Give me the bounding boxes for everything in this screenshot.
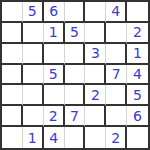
cell-r5c4[interactable] xyxy=(85,106,106,127)
cell-r1c3[interactable]: 5 xyxy=(65,23,86,44)
cell-r5c0[interactable] xyxy=(2,106,23,127)
cell-r1c1[interactable] xyxy=(23,23,44,44)
cell-r4c5[interactable] xyxy=(106,85,127,106)
cell-r2c0[interactable] xyxy=(2,44,23,65)
cell-r6c1[interactable]: 1 xyxy=(23,127,44,148)
cell-r2c5[interactable] xyxy=(106,44,127,65)
cell-r1c2[interactable]: 1 xyxy=(44,23,65,44)
cell-r0c5[interactable]: 4 xyxy=(106,2,127,23)
cell-r4c0[interactable] xyxy=(2,85,23,106)
cell-r4c4[interactable]: 2 xyxy=(85,85,106,106)
cell-r2c1[interactable] xyxy=(23,44,44,65)
cell-r3c5[interactable]: 7 xyxy=(106,65,127,86)
cell-r0c4[interactable] xyxy=(85,2,106,23)
cell-r6c4[interactable] xyxy=(85,127,106,148)
cell-r3c3[interactable] xyxy=(65,65,86,86)
cell-r5c3[interactable]: 7 xyxy=(65,106,86,127)
cell-r6c0[interactable] xyxy=(2,127,23,148)
cell-r0c6[interactable] xyxy=(127,2,148,23)
cell-r6c5[interactable]: 2 xyxy=(106,127,127,148)
cell-r5c2[interactable]: 2 xyxy=(44,106,65,127)
cell-r0c1[interactable]: 5 xyxy=(23,2,44,23)
cell-r3c0[interactable] xyxy=(2,65,23,86)
cell-r1c5[interactable] xyxy=(106,23,127,44)
sudoku-board: 5641523157425276142 xyxy=(0,0,150,150)
cell-r2c6[interactable]: 1 xyxy=(127,44,148,65)
cell-r4c3[interactable] xyxy=(65,85,86,106)
cell-r1c4[interactable] xyxy=(85,23,106,44)
cell-r5c1[interactable] xyxy=(23,106,44,127)
cell-r5c6[interactable]: 6 xyxy=(127,106,148,127)
cell-r2c4[interactable]: 3 xyxy=(85,44,106,65)
cell-r4c1[interactable] xyxy=(23,85,44,106)
cell-r3c6[interactable]: 4 xyxy=(127,65,148,86)
cell-r0c2[interactable]: 6 xyxy=(44,2,65,23)
cell-r5c5[interactable] xyxy=(106,106,127,127)
cell-r2c3[interactable] xyxy=(65,44,86,65)
cell-r3c4[interactable] xyxy=(85,65,106,86)
cell-r6c6[interactable] xyxy=(127,127,148,148)
cell-r3c2[interactable]: 5 xyxy=(44,65,65,86)
cell-r2c2[interactable] xyxy=(44,44,65,65)
cell-r3c1[interactable] xyxy=(23,65,44,86)
cell-r0c3[interactable] xyxy=(65,2,86,23)
cell-r0c0[interactable] xyxy=(2,2,23,23)
cell-r4c6[interactable]: 5 xyxy=(127,85,148,106)
cell-r6c3[interactable] xyxy=(65,127,86,148)
cell-r4c2[interactable] xyxy=(44,85,65,106)
cell-r6c2[interactable]: 4 xyxy=(44,127,65,148)
cell-r1c6[interactable]: 2 xyxy=(127,23,148,44)
cell-r1c0[interactable] xyxy=(2,23,23,44)
